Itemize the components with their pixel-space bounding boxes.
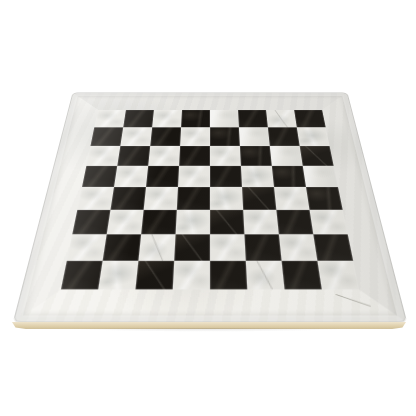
square-a3	[72, 210, 110, 235]
square-d8	[181, 110, 210, 127]
square-d6	[179, 146, 210, 166]
square-b6	[117, 146, 150, 166]
square-c3	[141, 210, 177, 235]
square-e1	[210, 261, 247, 290]
square-b7	[120, 127, 152, 146]
square-c4	[144, 187, 178, 210]
square-e4	[210, 187, 243, 210]
square-h2	[313, 234, 353, 260]
square-c8	[152, 110, 182, 127]
square-f8	[238, 110, 268, 127]
square-b3	[107, 210, 144, 235]
square-h6	[300, 146, 334, 166]
square-g5	[272, 166, 306, 187]
square-d1	[173, 261, 210, 290]
square-g1	[282, 261, 322, 290]
square-c1	[135, 261, 174, 290]
square-g6	[270, 146, 303, 166]
square-b2	[103, 234, 142, 260]
square-d2	[174, 234, 210, 260]
square-h8	[294, 110, 326, 127]
square-c2	[138, 234, 175, 260]
square-a1	[61, 261, 103, 290]
square-a2	[67, 234, 107, 260]
square-g8	[266, 110, 297, 127]
chessboard-grid	[61, 110, 359, 289]
square-h3	[310, 210, 348, 235]
square-c5	[146, 166, 179, 187]
square-e5	[210, 166, 242, 187]
chessboard	[13, 93, 408, 323]
square-c7	[150, 127, 181, 146]
square-d3	[176, 210, 210, 235]
square-f1	[246, 261, 285, 290]
square-f3	[243, 210, 279, 235]
board-shadow	[20, 328, 398, 333]
square-d4	[177, 187, 210, 210]
square-c6	[148, 146, 180, 166]
square-e8	[210, 110, 239, 127]
board-top-face	[13, 93, 408, 323]
square-g7	[268, 127, 300, 146]
square-h7	[297, 127, 330, 146]
square-a5	[82, 166, 117, 187]
square-e3	[210, 210, 244, 235]
square-e7	[210, 127, 240, 146]
square-a4	[77, 187, 114, 210]
square-g3	[276, 210, 313, 235]
square-b8	[123, 110, 154, 127]
square-h4	[306, 187, 343, 210]
square-h5	[303, 166, 338, 187]
square-f4	[242, 187, 276, 210]
square-b1	[98, 261, 138, 290]
square-a7	[90, 127, 123, 146]
square-b4	[110, 187, 146, 210]
square-f5	[241, 166, 274, 187]
square-d5	[178, 166, 210, 187]
chessboard-product-photo	[0, 0, 416, 416]
square-g2	[279, 234, 318, 260]
square-e2	[210, 234, 246, 260]
square-h1	[317, 261, 359, 290]
square-f2	[244, 234, 281, 260]
square-f6	[240, 146, 272, 166]
square-d7	[180, 127, 210, 146]
square-f7	[239, 127, 270, 146]
square-g4	[274, 187, 310, 210]
square-b5	[114, 166, 148, 187]
square-e6	[210, 146, 241, 166]
square-a8	[94, 110, 126, 127]
square-a6	[86, 146, 120, 166]
